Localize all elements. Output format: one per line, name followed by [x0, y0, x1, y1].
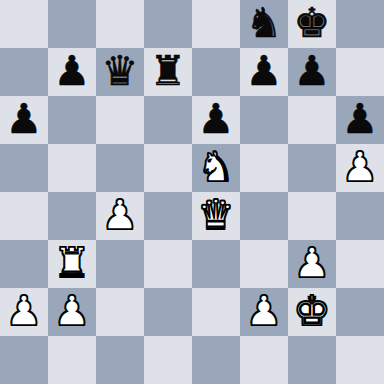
black-pawn[interactable]: ♟	[294, 48, 331, 95]
square-e3[interactable]	[192, 240, 240, 288]
square-g5[interactable]	[288, 144, 336, 192]
square-d2[interactable]	[144, 288, 192, 336]
square-b7[interactable]: ♟	[48, 48, 96, 96]
black-pawn[interactable]: ♟	[246, 48, 283, 95]
square-b8[interactable]	[48, 0, 96, 48]
square-c7[interactable]: ♛	[96, 48, 144, 96]
square-b4[interactable]	[48, 192, 96, 240]
square-h7[interactable]	[336, 48, 384, 96]
square-h8[interactable]	[336, 0, 384, 48]
black-pawn[interactable]: ♟	[6, 96, 43, 143]
white-pawn[interactable]: ♟	[294, 240, 331, 287]
white-knight[interactable]: ♞	[198, 144, 235, 191]
white-pawn[interactable]: ♟	[102, 192, 139, 239]
white-queen[interactable]: ♛	[198, 192, 235, 239]
square-c5[interactable]	[96, 144, 144, 192]
square-b6[interactable]	[48, 96, 96, 144]
square-b5[interactable]	[48, 144, 96, 192]
square-e7[interactable]	[192, 48, 240, 96]
square-a3[interactable]	[0, 240, 48, 288]
square-h2[interactable]	[336, 288, 384, 336]
square-a4[interactable]	[0, 192, 48, 240]
square-g8[interactable]: ♚	[288, 0, 336, 48]
square-a1[interactable]	[0, 336, 48, 384]
black-rook[interactable]: ♜	[150, 48, 187, 95]
white-pawn[interactable]: ♟	[246, 288, 283, 335]
square-f1[interactable]	[240, 336, 288, 384]
square-f7[interactable]: ♟	[240, 48, 288, 96]
white-pawn[interactable]: ♟	[54, 288, 91, 335]
chess-board: ♞♚♟♛♜♟♟♟♟♟♞♟♟♛♜♟♟♟♟♚	[0, 0, 384, 384]
square-e1[interactable]	[192, 336, 240, 384]
square-g6[interactable]	[288, 96, 336, 144]
square-c6[interactable]	[96, 96, 144, 144]
white-pawn[interactable]: ♟	[342, 144, 379, 191]
square-g1[interactable]	[288, 336, 336, 384]
square-c4[interactable]: ♟	[96, 192, 144, 240]
square-f5[interactable]	[240, 144, 288, 192]
square-c2[interactable]	[96, 288, 144, 336]
black-pawn[interactable]: ♟	[198, 96, 235, 143]
black-queen[interactable]: ♛	[102, 48, 139, 95]
square-c3[interactable]	[96, 240, 144, 288]
square-d7[interactable]: ♜	[144, 48, 192, 96]
square-d3[interactable]	[144, 240, 192, 288]
square-b1[interactable]	[48, 336, 96, 384]
square-h4[interactable]	[336, 192, 384, 240]
black-king[interactable]: ♚	[294, 0, 331, 47]
square-a2[interactable]: ♟	[0, 288, 48, 336]
square-d5[interactable]	[144, 144, 192, 192]
square-e5[interactable]: ♞	[192, 144, 240, 192]
square-a5[interactable]	[0, 144, 48, 192]
white-rook[interactable]: ♜	[54, 240, 91, 287]
square-f8[interactable]: ♞	[240, 0, 288, 48]
black-knight[interactable]: ♞	[246, 0, 283, 47]
square-e6[interactable]: ♟	[192, 96, 240, 144]
square-e2[interactable]	[192, 288, 240, 336]
square-c8[interactable]	[96, 0, 144, 48]
white-king[interactable]: ♚	[294, 288, 331, 335]
square-g7[interactable]: ♟	[288, 48, 336, 96]
square-g4[interactable]	[288, 192, 336, 240]
square-c1[interactable]	[96, 336, 144, 384]
square-g3[interactable]: ♟	[288, 240, 336, 288]
square-b3[interactable]: ♜	[48, 240, 96, 288]
square-h6[interactable]: ♟	[336, 96, 384, 144]
square-d1[interactable]	[144, 336, 192, 384]
square-f2[interactable]: ♟	[240, 288, 288, 336]
square-h3[interactable]	[336, 240, 384, 288]
square-d4[interactable]	[144, 192, 192, 240]
square-d8[interactable]	[144, 0, 192, 48]
square-f6[interactable]	[240, 96, 288, 144]
square-a7[interactable]	[0, 48, 48, 96]
black-pawn[interactable]: ♟	[342, 96, 379, 143]
white-pawn[interactable]: ♟	[6, 288, 43, 335]
square-f4[interactable]	[240, 192, 288, 240]
square-d6[interactable]	[144, 96, 192, 144]
black-pawn[interactable]: ♟	[54, 48, 91, 95]
square-a8[interactable]	[0, 0, 48, 48]
square-f3[interactable]	[240, 240, 288, 288]
square-b2[interactable]: ♟	[48, 288, 96, 336]
square-h1[interactable]	[336, 336, 384, 384]
square-a6[interactable]: ♟	[0, 96, 48, 144]
square-g2[interactable]: ♚	[288, 288, 336, 336]
square-h5[interactable]: ♟	[336, 144, 384, 192]
square-e4[interactable]: ♛	[192, 192, 240, 240]
square-e8[interactable]	[192, 0, 240, 48]
